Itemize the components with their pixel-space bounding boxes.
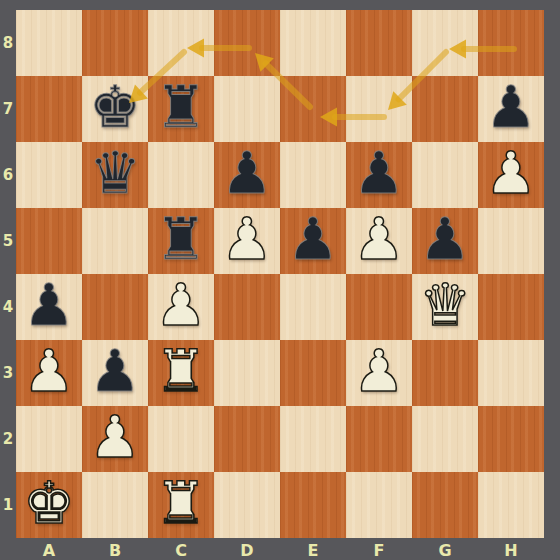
- square-d7[interactable]: [214, 76, 280, 142]
- square-e5[interactable]: ♟: [280, 208, 346, 274]
- square-h3[interactable]: [478, 340, 544, 406]
- square-c8[interactable]: [148, 10, 214, 76]
- rank-label-6: 6: [0, 166, 16, 184]
- square-b8[interactable]: [82, 10, 148, 76]
- square-b5[interactable]: [82, 208, 148, 274]
- square-f5[interactable]: ♟: [346, 208, 412, 274]
- square-b6[interactable]: ♛: [82, 142, 148, 208]
- square-c4[interactable]: ♟: [148, 274, 214, 340]
- square-e4[interactable]: [280, 274, 346, 340]
- square-h4[interactable]: [478, 274, 544, 340]
- black-pawn-h7[interactable]: ♟: [478, 76, 544, 142]
- white-pawn-a3[interactable]: ♟: [16, 340, 82, 406]
- square-e1[interactable]: [280, 472, 346, 538]
- black-rook-c7[interactable]: ♜: [148, 76, 214, 142]
- square-c6[interactable]: [148, 142, 214, 208]
- chess-diagram: ♚♜♟♛♟♟♟♜♟♟♟♟♟♟♛♟♟♜♟♟♚♜ 12345678 ABCDEFGH: [0, 0, 560, 560]
- rank-label-5: 5: [0, 232, 16, 250]
- file-label-G: G: [412, 541, 478, 560]
- file-label-E: E: [280, 541, 346, 560]
- rank-label-2: 2: [0, 430, 16, 448]
- square-f2[interactable]: [346, 406, 412, 472]
- file-label-A: A: [16, 541, 82, 560]
- square-a2[interactable]: [16, 406, 82, 472]
- square-h1[interactable]: [478, 472, 544, 538]
- square-c1[interactable]: ♜: [148, 472, 214, 538]
- black-pawn-f6[interactable]: ♟: [346, 142, 412, 208]
- file-label-H: H: [478, 541, 544, 560]
- file-label-F: F: [346, 541, 412, 560]
- square-b3[interactable]: ♟: [82, 340, 148, 406]
- square-c7[interactable]: ♜: [148, 76, 214, 142]
- black-pawn-d6[interactable]: ♟: [214, 142, 280, 208]
- square-g5[interactable]: ♟: [412, 208, 478, 274]
- square-d1[interactable]: [214, 472, 280, 538]
- square-b1[interactable]: [82, 472, 148, 538]
- square-d5[interactable]: ♟: [214, 208, 280, 274]
- square-f4[interactable]: [346, 274, 412, 340]
- square-a4[interactable]: ♟: [16, 274, 82, 340]
- square-e6[interactable]: [280, 142, 346, 208]
- square-g3[interactable]: [412, 340, 478, 406]
- black-pawn-a4[interactable]: ♟: [16, 274, 82, 340]
- white-rook-c3[interactable]: ♜: [148, 340, 214, 406]
- square-c5[interactable]: ♜: [148, 208, 214, 274]
- white-queen-g4[interactable]: ♛: [412, 274, 478, 340]
- square-d6[interactable]: ♟: [214, 142, 280, 208]
- rank-label-1: 1: [0, 496, 16, 514]
- black-pawn-g5[interactable]: ♟: [412, 208, 478, 274]
- square-e3[interactable]: [280, 340, 346, 406]
- square-e8[interactable]: [280, 10, 346, 76]
- square-h8[interactable]: [478, 10, 544, 76]
- square-g8[interactable]: [412, 10, 478, 76]
- square-g2[interactable]: [412, 406, 478, 472]
- file-label-D: D: [214, 541, 280, 560]
- black-queen-b6[interactable]: ♛: [82, 142, 148, 208]
- square-a6[interactable]: [16, 142, 82, 208]
- square-c2[interactable]: [148, 406, 214, 472]
- rank-label-3: 3: [0, 364, 16, 382]
- square-f7[interactable]: [346, 76, 412, 142]
- square-e7[interactable]: [280, 76, 346, 142]
- rank-label-4: 4: [0, 298, 16, 316]
- square-a3[interactable]: ♟: [16, 340, 82, 406]
- square-h6[interactable]: ♟: [478, 142, 544, 208]
- rank-label-7: 7: [0, 100, 16, 118]
- file-label-C: C: [148, 541, 214, 560]
- square-c3[interactable]: ♜: [148, 340, 214, 406]
- chess-board: ♚♜♟♛♟♟♟♜♟♟♟♟♟♟♛♟♟♜♟♟♚♜: [16, 10, 544, 538]
- white-pawn-f3[interactable]: ♟: [346, 340, 412, 406]
- square-g6[interactable]: [412, 142, 478, 208]
- black-pawn-b3[interactable]: ♟: [82, 340, 148, 406]
- square-h2[interactable]: [478, 406, 544, 472]
- square-a7[interactable]: [16, 76, 82, 142]
- square-f8[interactable]: [346, 10, 412, 76]
- square-d4[interactable]: [214, 274, 280, 340]
- square-b4[interactable]: [82, 274, 148, 340]
- square-e2[interactable]: [280, 406, 346, 472]
- square-b7[interactable]: ♚: [82, 76, 148, 142]
- square-d3[interactable]: [214, 340, 280, 406]
- square-f1[interactable]: [346, 472, 412, 538]
- square-f3[interactable]: ♟: [346, 340, 412, 406]
- square-h7[interactable]: ♟: [478, 76, 544, 142]
- square-f6[interactable]: ♟: [346, 142, 412, 208]
- white-king-a1[interactable]: ♚: [16, 472, 82, 538]
- white-pawn-h6[interactable]: ♟: [478, 142, 544, 208]
- square-d2[interactable]: [214, 406, 280, 472]
- square-g1[interactable]: [412, 472, 478, 538]
- square-a1[interactable]: ♚: [16, 472, 82, 538]
- square-a8[interactable]: [16, 10, 82, 76]
- white-rook-c1[interactable]: ♜: [148, 472, 214, 538]
- white-pawn-f5[interactable]: ♟: [346, 208, 412, 274]
- square-g4[interactable]: ♛: [412, 274, 478, 340]
- rank-label-8: 8: [0, 34, 16, 52]
- white-pawn-d5[interactable]: ♟: [214, 208, 280, 274]
- white-pawn-c4[interactable]: ♟: [148, 274, 214, 340]
- black-king-b7[interactable]: ♚: [82, 76, 148, 142]
- black-rook-c5[interactable]: ♜: [148, 208, 214, 274]
- black-pawn-e5[interactable]: ♟: [280, 208, 346, 274]
- square-g7[interactable]: [412, 76, 478, 142]
- square-a5[interactable]: [16, 208, 82, 274]
- white-pawn-b2[interactable]: ♟: [82, 406, 148, 472]
- square-d8[interactable]: [214, 10, 280, 76]
- square-h5[interactable]: [478, 208, 544, 274]
- square-b2[interactable]: ♟: [82, 406, 148, 472]
- file-label-B: B: [82, 541, 148, 560]
